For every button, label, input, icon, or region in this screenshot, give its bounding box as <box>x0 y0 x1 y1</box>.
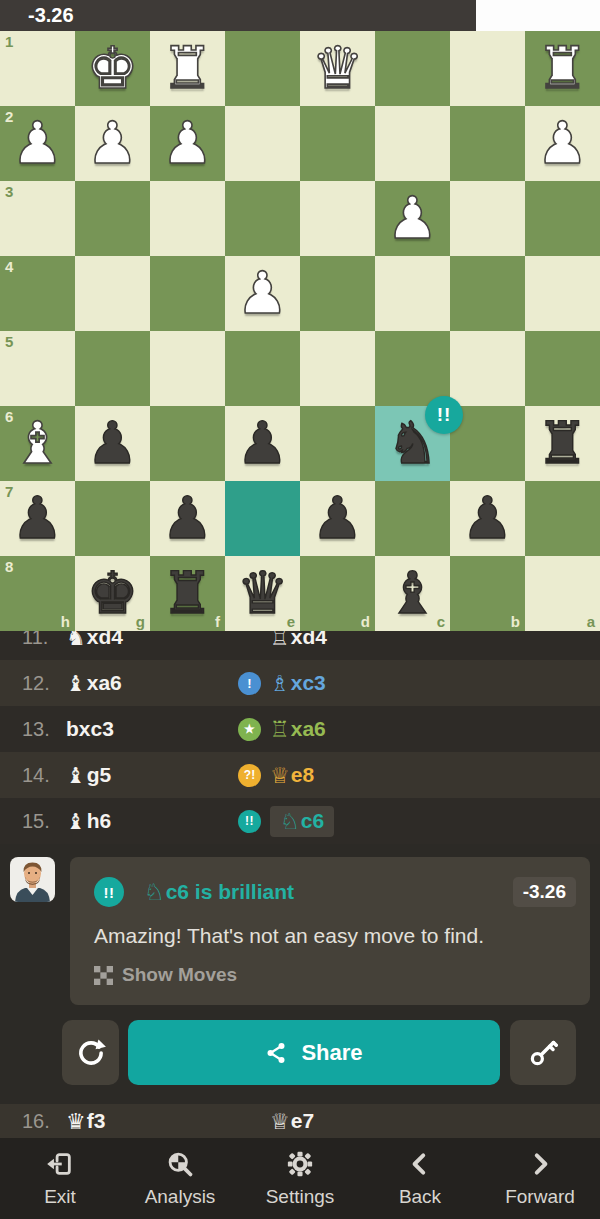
nav-label: Back <box>399 1186 441 1208</box>
square-h8[interactable]: 8h <box>0 556 75 631</box>
white-move[interactable]: ♝g5 <box>66 763 214 788</box>
nav-settings[interactable]: Settings <box>240 1138 360 1219</box>
move-list: 11.♞xd4♖xd412.♝xa6!♗xc313.bxc3★♖xa614.♝g… <box>0 631 600 844</box>
brilliant-move-badge: !! <box>425 396 463 434</box>
square-d6[interactable] <box>300 406 375 481</box>
black-figurine-icon: ♘ <box>280 809 300 834</box>
square-f6[interactable] <box>150 406 225 481</box>
move-number: 15. <box>0 810 66 833</box>
move-row: 12.♝xa6!♗xc3 <box>0 660 600 706</box>
move-number: 13. <box>0 718 66 741</box>
square-a2[interactable]: ♟ <box>525 106 600 181</box>
square-e4[interactable]: ♟ <box>225 256 300 331</box>
white-move[interactable]: ♝xa6 <box>66 671 214 696</box>
black-move-cell: ★♖xa6 <box>214 717 326 742</box>
gear-icon <box>286 1149 314 1179</box>
black-pawn-b7: ♟ <box>450 481 525 556</box>
square-a1[interactable]: ♜ <box>525 31 600 106</box>
square-e7[interactable] <box>225 481 300 556</box>
file-label: e <box>287 613 295 630</box>
black-move-cell: ♖xd4 <box>214 631 327 650</box>
white-pawn-a2: ♟ <box>525 106 600 181</box>
square-a4[interactable] <box>525 256 600 331</box>
square-b5[interactable] <box>450 331 525 406</box>
move-row: 13.bxc3★♖xa6 <box>0 706 600 752</box>
square-g2[interactable]: ♟ <box>75 106 150 181</box>
nav-exit[interactable]: Exit <box>0 1138 120 1219</box>
move-classification-badge: ! <box>238 672 261 695</box>
square-d8[interactable]: d <box>300 556 375 631</box>
white-move[interactable]: ♝h6 <box>66 809 214 834</box>
comment-bubble: !! ♘c6 is brilliant -3.26 Amazing! That'… <box>70 857 590 1005</box>
square-f3[interactable] <box>150 181 225 256</box>
action-buttons: Share <box>0 1020 600 1085</box>
white-king-g1: ♚ <box>75 31 150 106</box>
chess-board[interactable]: 1♚♜♛♜2♟♟♟♟3♟4♟56♝♟♟♞!!♜7♟♟♟♟8hg♚f♜e♛dc♝b… <box>0 31 600 631</box>
black-figurine-icon: ♖ <box>270 717 290 742</box>
share-icon <box>265 1041 289 1065</box>
rank-label: 2 <box>5 108 13 125</box>
evaluation-bar: -3.26 <box>0 0 600 31</box>
square-d2[interactable] <box>300 106 375 181</box>
comment-panel: !! ♘c6 is brilliant -3.26 Amazing! That'… <box>0 844 600 1020</box>
square-d4[interactable] <box>300 256 375 331</box>
square-e1[interactable] <box>225 31 300 106</box>
chevron-right-icon <box>527 1149 553 1179</box>
move-row-16: 16.♛f3♕e7 <box>0 1104 600 1138</box>
white-figurine-icon: ♝ <box>66 671 86 696</box>
nav-forward[interactable]: Forward <box>480 1138 600 1219</box>
nav-analysis[interactable]: Analysis <box>120 1138 240 1219</box>
retry-button[interactable] <box>62 1020 119 1085</box>
square-e8[interactable]: e♛ <box>225 556 300 631</box>
nav-label: Analysis <box>145 1186 216 1208</box>
square-h7[interactable]: 7♟ <box>0 481 75 556</box>
white-figurine-icon: ♛ <box>66 1109 86 1134</box>
black-pawn-g6: ♟ <box>75 406 150 481</box>
white-pawn-f2: ♟ <box>150 106 225 181</box>
square-f8[interactable]: f♜ <box>150 556 225 631</box>
black-move-cell: !!♘c6 <box>214 806 334 837</box>
black-move[interactable]: ♕e8 <box>270 763 314 788</box>
brilliant-badge-icon: !! <box>94 877 124 907</box>
square-f5[interactable] <box>150 331 225 406</box>
square-h1[interactable]: 1 <box>0 31 75 106</box>
square-d3[interactable] <box>300 181 375 256</box>
black-rook-f8: ♜ <box>150 556 225 631</box>
rank-label: 6 <box>5 408 13 425</box>
white-pawn-e4: ♟ <box>225 256 300 331</box>
file-label: d <box>361 613 370 630</box>
square-d5[interactable] <box>300 331 375 406</box>
white-pawn-c3: ♟ <box>375 181 450 256</box>
square-d7[interactable]: ♟ <box>300 481 375 556</box>
square-g6[interactable]: ♟ <box>75 406 150 481</box>
square-c6[interactable]: ♞!! <box>375 406 450 481</box>
move-classification-badge: ★ <box>238 718 261 741</box>
rank-label: 5 <box>5 333 13 350</box>
evaluation-bar-white-segment <box>476 0 600 31</box>
nav-label: Settings <box>266 1186 335 1208</box>
move-row: 15.♝h6!!♘c6 <box>0 798 600 844</box>
white-move[interactable]: bxc3 <box>66 717 214 741</box>
nav-back[interactable]: Back <box>360 1138 480 1219</box>
move-classification-badge: ?! <box>238 764 261 787</box>
square-e6[interactable]: ♟ <box>225 406 300 481</box>
square-g4[interactable] <box>75 256 150 331</box>
black-figurine-icon: ♗ <box>270 671 290 696</box>
square-h5[interactable]: 5 <box>0 331 75 406</box>
avatar-image <box>10 857 55 902</box>
square-e2[interactable] <box>225 106 300 181</box>
square-b1[interactable] <box>450 31 525 106</box>
white-move[interactable]: ♛f3 <box>66 1109 214 1134</box>
black-move-cell: ♕e7 <box>214 1109 314 1134</box>
refresh-icon <box>75 1037 107 1069</box>
square-c4[interactable] <box>375 256 450 331</box>
move-row: 11.♞xd4♖xd4 <box>0 631 600 660</box>
knight-figurine-icon: ♘ <box>144 879 165 905</box>
rank-label: 7 <box>5 483 13 500</box>
square-c1[interactable] <box>375 31 450 106</box>
black-move-cell: !♗xc3 <box>214 671 326 696</box>
square-c3[interactable]: ♟ <box>375 181 450 256</box>
show-moves-button[interactable]: Show Moves <box>94 964 576 986</box>
square-b8[interactable]: b <box>450 556 525 631</box>
exit-icon <box>46 1149 74 1179</box>
checkerboard-icon <box>94 966 113 985</box>
move-row: 14.♝g5?!♕e8 <box>0 752 600 798</box>
square-d1[interactable]: ♛ <box>300 31 375 106</box>
square-c8[interactable]: c♝ <box>375 556 450 631</box>
square-b2[interactable] <box>450 106 525 181</box>
evaluation-score: -3.26 <box>28 4 74 27</box>
white-figurine-icon: ♞ <box>66 631 86 650</box>
nav-label: Forward <box>505 1186 575 1208</box>
move-number: 11. <box>0 631 66 649</box>
file-label: g <box>136 613 145 630</box>
square-g7[interactable] <box>75 481 150 556</box>
square-a7[interactable] <box>525 481 600 556</box>
chevron-left-icon <box>407 1149 433 1179</box>
square-c7[interactable] <box>375 481 450 556</box>
square-h4[interactable]: 4 <box>0 256 75 331</box>
comment-body: Amazing! That's not an easy move to find… <box>94 924 576 948</box>
square-a6[interactable]: ♜ <box>525 406 600 481</box>
black-pawn-f7: ♟ <box>150 481 225 556</box>
square-b7[interactable]: ♟ <box>450 481 525 556</box>
bottom-navigation: Exit Analysis <box>0 1138 600 1219</box>
square-g3[interactable] <box>75 181 150 256</box>
analysis-icon <box>166 1149 194 1179</box>
chess-analysis-screen: -3.26 1♚♜♛♜2♟♟♟♟3♟4♟56♝♟♟♞!!♜7♟♟♟♟8hg♚f♜… <box>0 0 600 1219</box>
black-figurine-icon: ♖ <box>270 631 290 650</box>
square-a8[interactable]: a <box>525 556 600 631</box>
square-e3[interactable] <box>225 181 300 256</box>
key-button[interactable] <box>510 1020 576 1085</box>
square-b4[interactable] <box>450 256 525 331</box>
square-f2[interactable]: ♟ <box>150 106 225 181</box>
file-label: c <box>437 613 445 630</box>
square-a3[interactable] <box>525 181 600 256</box>
black-pawn-e6: ♟ <box>225 406 300 481</box>
move-row: 16.♛f3♕e7 <box>0 1104 600 1138</box>
black-move[interactable]: ♖xd4 <box>270 631 327 650</box>
square-g1[interactable]: ♚ <box>75 31 150 106</box>
square-b3[interactable] <box>450 181 525 256</box>
move-row-clipped: 11.♞xd4♖xd4 <box>0 631 600 660</box>
white-pawn-g2: ♟ <box>75 106 150 181</box>
move-number: 16. <box>0 1110 66 1133</box>
share-button[interactable]: Share <box>128 1020 500 1085</box>
black-move[interactable]: ♗xc3 <box>270 671 326 696</box>
white-rook-f1: ♜ <box>150 31 225 106</box>
black-move-cell: ?!♕e8 <box>214 763 314 788</box>
square-g8[interactable]: g♚ <box>75 556 150 631</box>
black-move[interactable]: ♖xa6 <box>270 717 326 742</box>
white-figurine-icon: ♝ <box>66 763 86 788</box>
square-c5[interactable] <box>375 331 450 406</box>
white-queen-d1: ♛ <box>300 31 375 106</box>
white-rook-a1: ♜ <box>525 31 600 106</box>
square-g5[interactable] <box>75 331 150 406</box>
rank-label: 8 <box>5 558 13 575</box>
black-rook-a6: ♜ <box>525 406 600 481</box>
black-move[interactable]: ♕e7 <box>270 1109 314 1134</box>
square-h3[interactable]: 3 <box>0 181 75 256</box>
rank-label: 1 <box>5 33 13 50</box>
move-classification-badge: !! <box>238 810 261 833</box>
avatar <box>10 857 55 902</box>
black-move[interactable]: ♘c6 <box>270 806 334 837</box>
file-label: f <box>215 613 220 630</box>
file-label: b <box>511 613 520 630</box>
file-label: h <box>61 613 70 630</box>
black-figurine-icon: ♕ <box>270 763 290 788</box>
square-h2[interactable]: 2♟ <box>0 106 75 181</box>
rank-label: 4 <box>5 258 13 275</box>
white-figurine-icon: ♝ <box>66 809 86 834</box>
square-f1[interactable]: ♜ <box>150 31 225 106</box>
comment-title: ♘c6 is brilliant <box>144 879 294 905</box>
move-number: 12. <box>0 672 66 695</box>
square-c2[interactable] <box>375 106 450 181</box>
white-move[interactable]: ♞xd4 <box>66 631 214 650</box>
square-h6[interactable]: 6♝ <box>0 406 75 481</box>
file-label: a <box>587 613 595 630</box>
square-a5[interactable] <box>525 331 600 406</box>
move-number: 14. <box>0 764 66 787</box>
key-icon <box>528 1038 558 1068</box>
black-figurine-icon: ♕ <box>270 1109 290 1134</box>
square-f7[interactable]: ♟ <box>150 481 225 556</box>
nav-label: Exit <box>44 1186 76 1208</box>
black-pawn-d7: ♟ <box>300 481 375 556</box>
evaluation-chip: -3.26 <box>513 877 576 907</box>
square-e5[interactable] <box>225 331 300 406</box>
rank-label: 3 <box>5 183 13 200</box>
square-f4[interactable] <box>150 256 225 331</box>
